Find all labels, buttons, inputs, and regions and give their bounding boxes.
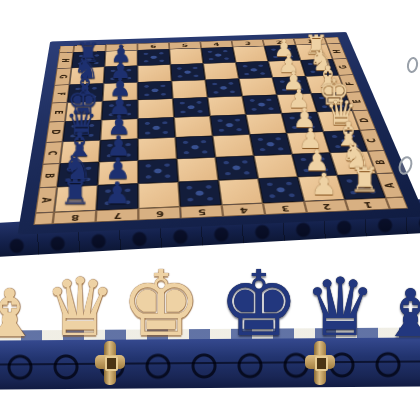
coord-label: 4: [239, 206, 248, 214]
box-piece-lineup: ♟♜♞♝♛♚♚♛♝♞♜♟: [0, 261, 420, 347]
coord-label: 6: [155, 209, 163, 217]
coord-rank-front-1: 1: [345, 198, 390, 211]
square-c5: [175, 136, 215, 159]
piece-white-rook: ♜: [344, 163, 385, 197]
product-photo: 87654321H♜♟♟♜HG♞♟♟♞GF♝♟♟♝FE♚♟♟♚ED♛♟♟♛DC♝…: [0, 0, 420, 393]
square-d6: [138, 117, 176, 138]
square-g5: [170, 63, 205, 81]
square-a6: [138, 182, 180, 209]
coord-label: 3: [280, 204, 290, 212]
coord-label: 1: [362, 200, 373, 208]
piece-black-rook: ♜: [54, 175, 96, 210]
coord-rank-front-6: 6: [138, 207, 181, 221]
square-e3: [242, 95, 281, 115]
coord-label: 7: [113, 211, 121, 219]
square-a2: ♟: [298, 175, 345, 201]
coord-label: 5: [197, 207, 206, 215]
frame-corner: [33, 212, 54, 225]
frame-corner: [386, 197, 409, 209]
square-f6: [138, 81, 173, 100]
board-scene: 87654321H♜♟♟♜HG♞♟♟♞GF♝♟♟♝FE♚♟♟♚ED♛♟♟♛DC♝…: [0, 0, 420, 250]
square-f5: [172, 80, 208, 99]
square-g6: [138, 65, 172, 83]
square-d3: [246, 113, 287, 134]
square-h3: [233, 46, 268, 62]
square-f4: [205, 79, 242, 98]
square-e6: [138, 99, 174, 119]
coord-rank-back-5: 5: [169, 41, 201, 49]
coord-label: 5: [182, 43, 189, 48]
square-b5: [177, 157, 219, 182]
coord-rank-front-3: 3: [263, 201, 307, 214]
coord-label: 6: [150, 44, 156, 49]
square-c4: [213, 134, 254, 157]
square-d4: [210, 115, 250, 136]
square-a8: ♜: [54, 185, 98, 212]
piece-black-pawn: ♟: [96, 178, 138, 208]
box-piece-blue-king: ♚: [219, 261, 300, 347]
clasp-latch: [105, 356, 118, 371]
square-f3: [239, 78, 277, 97]
coord-rank-front-5: 5: [180, 205, 223, 218]
coord-rank-front-2: 2: [304, 200, 349, 213]
coord-label: 4: [213, 42, 220, 47]
chess-board: 87654321H♜♟♟♜HG♞♟♟♞GF♝♟♟♝FE♚♟♟♚ED♛♟♟♛DC♝…: [17, 32, 420, 235]
square-b6: [138, 159, 178, 184]
square-e5: [173, 97, 210, 117]
box-piece-wood-bishop: ♝: [0, 283, 39, 346]
square-c6: [138, 137, 177, 160]
coord-label: 8: [70, 213, 79, 221]
coord-label: A: [40, 197, 53, 203]
square-g4: [203, 62, 239, 80]
square-a3: [258, 177, 304, 203]
square-h5: [169, 48, 203, 65]
box-piece-blue-bishop: ♝: [381, 283, 420, 346]
square-g3: [236, 61, 273, 78]
coord-label: 2: [321, 202, 331, 210]
box-piece-wood-queen: ♛: [44, 270, 116, 346]
coord-rank-front-4: 4: [222, 203, 266, 216]
piece-white-pawn: ♟: [303, 169, 344, 199]
clasp-latch: [315, 356, 328, 371]
square-h6: [137, 49, 170, 66]
square-a5: [178, 180, 221, 207]
board-frame: 87654321H♜♟♟♜HG♞♟♟♞GF♝♟♟♝FE♚♟♟♚ED♛♟♟♛DC♝…: [33, 37, 408, 225]
square-e4: [208, 96, 246, 116]
square-b3: [254, 154, 298, 178]
square-b4: [215, 156, 258, 180]
box-piece-blue-queen: ♛: [304, 270, 376, 346]
square-h4: [201, 47, 236, 63]
coord-rank-front-8: 8: [53, 210, 97, 224]
square-a4: [218, 179, 263, 205]
box-piece-wood-king: ♚: [121, 261, 202, 347]
coord-rank-front-7: 7: [96, 209, 139, 223]
square-c3: [250, 133, 292, 156]
square-a7: ♟: [96, 184, 138, 211]
coord-label: 3: [244, 41, 251, 46]
square-d5: [174, 116, 213, 137]
